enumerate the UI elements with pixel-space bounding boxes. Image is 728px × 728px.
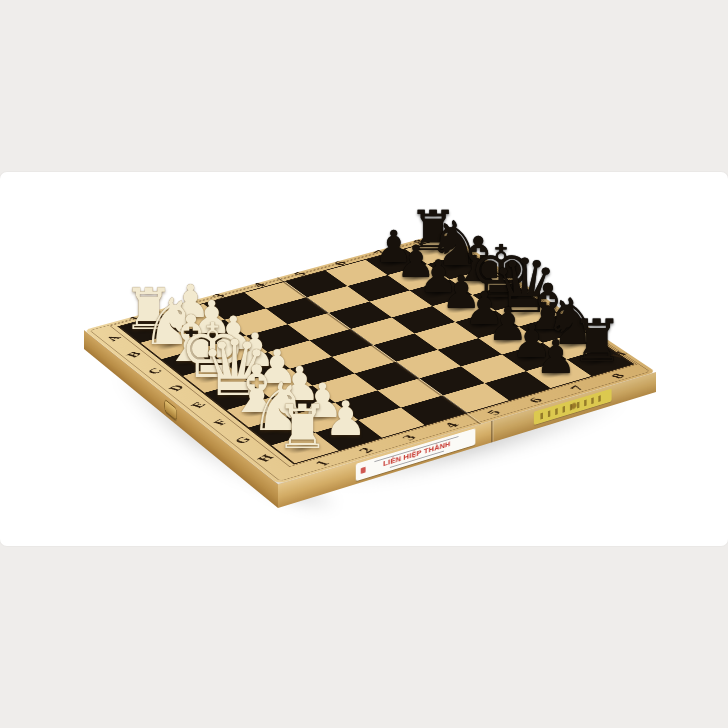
chess-set-photo: LIÊN HIỆP THÀNH AABBCCDDEEFFGGHH11223344… — [0, 0, 728, 728]
brand-sticker-emblem — [361, 467, 366, 474]
fold-seam-front — [491, 420, 494, 443]
